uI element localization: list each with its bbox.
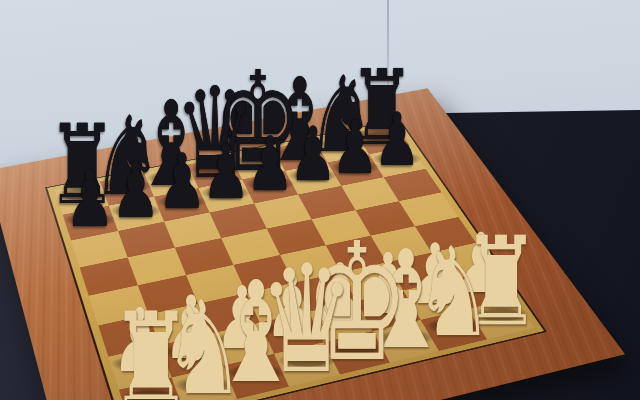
chess-photo-scene: ♜♞♝♛♚♝♞♜♟♟♟♟♟♟♟♟♟♟♟♟♟♟♟♟♜♞♝♛♚♝♞♜ bbox=[0, 0, 640, 400]
piece-black-pawn-h7: ♟ bbox=[373, 103, 420, 176]
piece-black-pawn-a7: ♟ bbox=[65, 161, 115, 239]
piece-black-pawn-b7: ♟ bbox=[111, 152, 161, 229]
piece-black-pawn-g7: ♟ bbox=[331, 111, 379, 185]
piece-black-pawn-f7: ♟ bbox=[289, 119, 337, 194]
pieces-layer: ♜♞♝♛♚♝♞♜♟♟♟♟♟♟♟♟♟♟♟♟♟♟♟♟♜♞♝♛♚♝♞♜ bbox=[0, 0, 640, 400]
piece-black-pawn-e7: ♟ bbox=[246, 127, 295, 202]
piece-black-pawn-d7: ♟ bbox=[202, 135, 251, 211]
piece-black-pawn-c7: ♟ bbox=[157, 143, 206, 219]
piece-white-rook-a1: ♜ bbox=[109, 296, 194, 400]
